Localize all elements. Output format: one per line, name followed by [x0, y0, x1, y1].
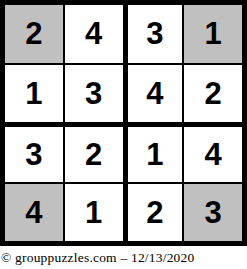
cell-r1c3: 3	[124, 4, 184, 64]
cell-r4c2: 1	[64, 183, 124, 243]
sudoku-board: 2 4 3 1 1 3 4 2 3 2 1 4 4 1 2 3	[0, 0, 247, 246]
cell-r3c2: 2	[64, 123, 124, 183]
puzzle-page: 2 4 3 1 1 3 4 2 3 2 1 4 4 1 2 3 © groupp…	[0, 0, 247, 269]
cell-r1c1: 2	[4, 4, 64, 64]
cell-r2c4: 2	[183, 64, 243, 124]
cell-r1c2: 4	[64, 4, 124, 64]
cell-r2c2: 3	[64, 64, 124, 124]
cell-r4c1: 4	[4, 183, 64, 243]
cell-r3c3: 1	[124, 123, 184, 183]
cell-r3c1: 3	[4, 123, 64, 183]
cell-r3c4: 4	[183, 123, 243, 183]
cell-r4c4: 3	[183, 183, 243, 243]
cell-r1c4: 1	[183, 4, 243, 64]
cell-r2c3: 4	[124, 64, 184, 124]
cell-r2c1: 1	[4, 64, 64, 124]
copyright-credit: © grouppuzzles.com – 12/13/2020	[1, 250, 194, 266]
cell-r4c3: 2	[124, 183, 184, 243]
